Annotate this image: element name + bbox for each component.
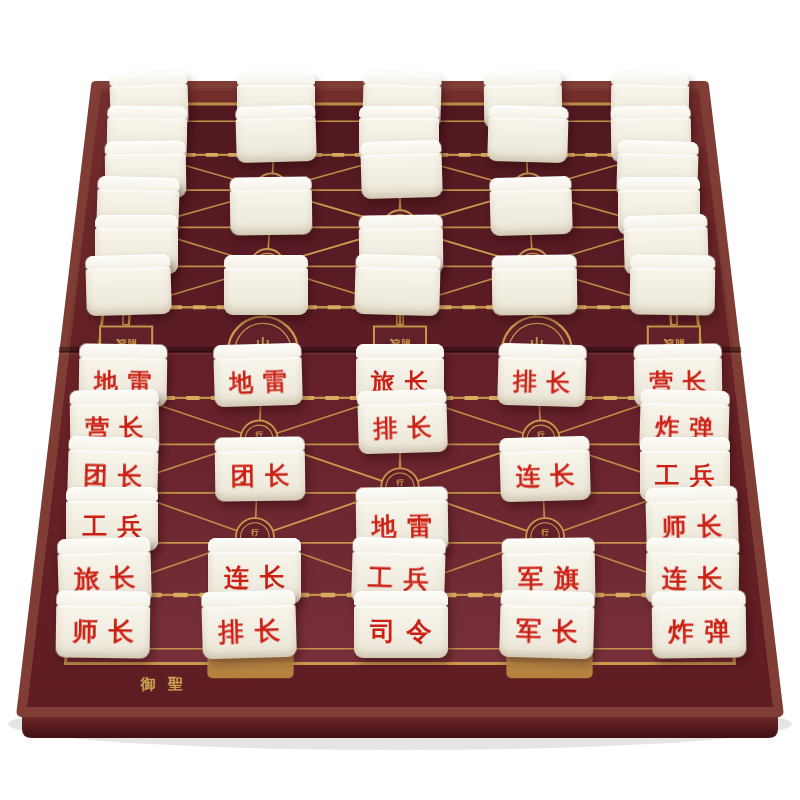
tile-top-face bbox=[360, 139, 441, 154]
tile-front-face bbox=[230, 189, 313, 236]
piece-tile-face-down[interactable] bbox=[224, 255, 309, 315]
tile-top-face bbox=[646, 537, 739, 553]
piece-tile-face-down[interactable] bbox=[236, 105, 317, 163]
tile-top-face bbox=[237, 73, 315, 85]
tile-top-face bbox=[630, 255, 715, 269]
piece-tile[interactable]: 排长 bbox=[201, 590, 297, 659]
tile-front-face bbox=[629, 268, 714, 316]
tile-front-face: 炸弹 bbox=[652, 605, 747, 658]
piece-tile[interactable]: 排长 bbox=[497, 343, 586, 407]
tile-front-face: 师长 bbox=[55, 605, 150, 658]
board-photo-scene: 行营行营行营行营行营行营行营行营行营行营山界山界前线前线前线前线前线前线御聖 地… bbox=[0, 0, 800, 800]
piece-tile-face-down[interactable] bbox=[354, 254, 440, 316]
tile-front-face: 司令 bbox=[354, 606, 448, 658]
piece-tile[interactable]: 地雷 bbox=[214, 343, 303, 407]
tile-front-face bbox=[488, 117, 569, 163]
piece-tile[interactable]: 司令 bbox=[354, 591, 448, 658]
tile-front-face bbox=[224, 268, 309, 315]
tile-top-face bbox=[359, 106, 439, 118]
tile-top-face bbox=[354, 591, 448, 606]
tile-top-face bbox=[502, 537, 595, 553]
tile-front-face: 军长 bbox=[499, 604, 595, 659]
piece-tile-face-down[interactable] bbox=[492, 255, 578, 316]
tile-top-face bbox=[230, 176, 312, 190]
tile-front-face: 排长 bbox=[358, 402, 448, 454]
tile-front-face: 排长 bbox=[497, 357, 586, 408]
tile-front-face bbox=[86, 267, 172, 316]
tile-front-face bbox=[492, 268, 577, 316]
piece-tile-face-down[interactable] bbox=[490, 176, 574, 236]
piece-tile-face-down[interactable] bbox=[230, 176, 313, 235]
tile-front-face: 地雷 bbox=[214, 357, 303, 408]
tile-front-face bbox=[361, 152, 443, 199]
piece-tile[interactable]: 师长 bbox=[55, 590, 150, 658]
tile-top-face bbox=[95, 215, 179, 228]
piece-tile[interactable]: 炸弹 bbox=[652, 590, 747, 658]
piece-tile-face-down[interactable] bbox=[629, 255, 715, 316]
tile-top-face bbox=[208, 538, 301, 553]
tile-top-face bbox=[79, 344, 167, 359]
piece-tile[interactable]: 军长 bbox=[499, 590, 595, 659]
tile-front-face bbox=[236, 117, 317, 163]
tile-top-face bbox=[356, 344, 444, 358]
tile-top-face bbox=[105, 140, 186, 154]
tile-top-face bbox=[633, 344, 721, 359]
tile-front-face bbox=[354, 267, 440, 316]
tile-top-face bbox=[618, 177, 700, 190]
piece-tile[interactable]: 团长 bbox=[214, 437, 305, 502]
tile-top-face bbox=[618, 139, 699, 154]
pieces-layer: 地雷地雷旅长排长营长营长排长炸弹团长团长连长工兵工兵地雷师长旅长连长工兵军旗连长… bbox=[0, 0, 800, 800]
tile-top-face bbox=[640, 437, 730, 451]
tile-front-face: 团长 bbox=[214, 451, 305, 502]
tile-top-face bbox=[224, 255, 309, 268]
piece-tile[interactable]: 连长 bbox=[499, 436, 591, 502]
tile-front-face bbox=[490, 188, 573, 236]
piece-tile-face-down[interactable] bbox=[85, 254, 171, 316]
tile-top-face bbox=[108, 105, 188, 119]
piece-tile-face-down[interactable] bbox=[360, 139, 442, 199]
tile-front-face: 排长 bbox=[201, 604, 297, 659]
piece-tile[interactable]: 排长 bbox=[357, 389, 448, 454]
tile-top-face bbox=[652, 590, 746, 606]
tile-top-face bbox=[492, 255, 577, 269]
tile-top-face bbox=[356, 486, 448, 502]
tile-top-face bbox=[70, 389, 159, 404]
tile-top-face bbox=[359, 215, 443, 229]
tile-top-face bbox=[611, 105, 691, 119]
tile-top-face bbox=[66, 487, 158, 501]
tile-top-face bbox=[56, 590, 150, 606]
piece-tile-face-down[interactable] bbox=[488, 105, 569, 163]
tile-front-face: 连长 bbox=[500, 450, 592, 502]
